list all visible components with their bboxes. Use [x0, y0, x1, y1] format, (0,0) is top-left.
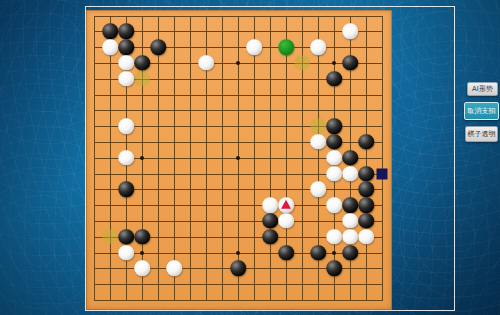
black-stone: [102, 24, 118, 40]
white-stone: [326, 150, 342, 166]
black-stone: [134, 229, 150, 245]
black-stone: [150, 39, 166, 55]
white-stone: [342, 213, 358, 229]
black-stone: [326, 118, 342, 134]
white-stone: [198, 55, 214, 71]
white-stone: [262, 197, 278, 213]
black-stone: [230, 261, 246, 277]
star-point: [332, 251, 336, 255]
white-stone: [118, 150, 134, 166]
cancel-hint-button[interactable]: 取消支招: [464, 102, 499, 120]
black-stone: [262, 213, 278, 229]
star-point: [236, 61, 240, 65]
square-marker: [377, 168, 388, 179]
highlight-marker: [102, 229, 118, 245]
white-stone: [118, 118, 134, 134]
star-point: [332, 61, 336, 65]
star-point: [140, 251, 144, 255]
black-stone: [134, 55, 150, 71]
black-stone: [118, 229, 134, 245]
grid-line-horizontal: [94, 300, 383, 301]
grid-line-vertical: [254, 16, 255, 301]
white-stone: [278, 213, 294, 229]
black-stone: [358, 197, 374, 213]
white-stone: [118, 71, 134, 87]
white-stone: [358, 229, 374, 245]
star-point: [236, 251, 240, 255]
star-point: [236, 156, 240, 160]
triangle-last-move-marker: [281, 200, 291, 209]
grid-line-vertical: [366, 16, 367, 301]
black-stone: [118, 182, 134, 198]
white-stone: [342, 24, 358, 40]
black-stone: [118, 24, 134, 40]
star-point: [140, 156, 144, 160]
green-stone: [278, 39, 294, 55]
white-stone: [166, 261, 182, 277]
black-stone: [118, 39, 134, 55]
black-stone: [262, 229, 278, 245]
black-stone: [358, 166, 374, 182]
white-stone: [310, 182, 326, 198]
grid-line-vertical: [270, 16, 271, 301]
white-stone: [102, 39, 118, 55]
white-stone: [342, 229, 358, 245]
black-stone: [326, 71, 342, 87]
black-stone: [358, 182, 374, 198]
white-stone: [246, 39, 262, 55]
white-stone: [342, 166, 358, 182]
white-stone: [310, 134, 326, 150]
grid-line-horizontal: [94, 284, 383, 285]
black-stone: [342, 197, 358, 213]
white-stone: [326, 166, 342, 182]
white-stone: [326, 229, 342, 245]
black-stone: [358, 213, 374, 229]
white-stone: [118, 245, 134, 261]
grid-line-horizontal: [94, 189, 383, 190]
highlight-marker: [310, 118, 326, 134]
white-stone: [310, 39, 326, 55]
black-stone: [278, 245, 294, 261]
black-stone: [342, 150, 358, 166]
white-stone: [118, 55, 134, 71]
black-stone: [310, 245, 326, 261]
black-stone: [326, 134, 342, 150]
grid-line-horizontal: [94, 221, 383, 222]
white-stone: [134, 261, 150, 277]
black-stone: [326, 261, 342, 277]
highlight-marker: [134, 71, 150, 87]
black-stone: [342, 55, 358, 71]
white-stone: [326, 197, 342, 213]
ai-evaluation-button[interactable]: AI形势: [467, 82, 498, 96]
black-stone: [358, 134, 374, 150]
stone-transparency-button[interactable]: 棋子透明: [465, 126, 498, 142]
grid-line-vertical: [382, 16, 383, 301]
black-stone: [342, 245, 358, 261]
highlight-marker: [294, 55, 310, 71]
go-board[interactable]: [86, 10, 392, 310]
